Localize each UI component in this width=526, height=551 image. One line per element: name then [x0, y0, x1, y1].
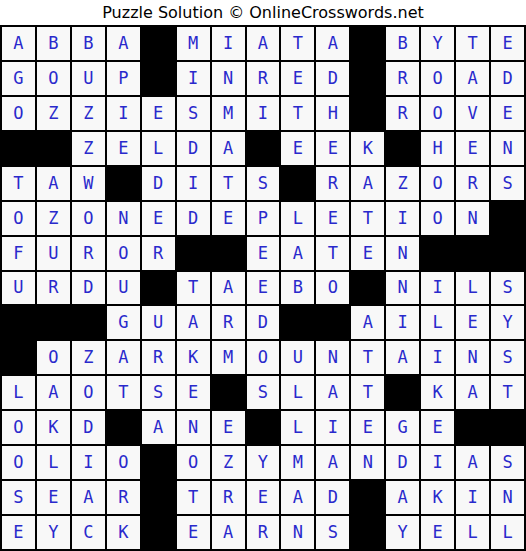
letter-cell: K: [106, 515, 141, 550]
letter-cell: A: [1, 26, 36, 61]
letter-cell: R: [246, 515, 281, 550]
letter-cell: O: [420, 96, 455, 131]
letter-cell: Z: [71, 96, 106, 131]
block-cell: [176, 236, 211, 271]
letter-cell: Y: [246, 445, 281, 480]
letter-cell: A: [106, 26, 141, 61]
letter-cell: S: [176, 96, 211, 131]
letter-cell: M: [176, 26, 211, 61]
letter-cell: K: [350, 131, 385, 166]
letter-cell: E: [350, 236, 385, 271]
letter-cell: S: [315, 515, 350, 550]
block-cell: [490, 410, 525, 445]
block-cell: [455, 236, 490, 271]
block-cell: [211, 375, 246, 410]
letter-cell: L: [36, 445, 71, 480]
letter-cell: D: [176, 131, 211, 166]
letter-cell: A: [455, 61, 490, 96]
letter-cell: L: [455, 515, 490, 550]
letter-cell: I: [385, 201, 420, 236]
block-cell: [36, 305, 71, 340]
letter-cell: A: [176, 305, 211, 340]
letter-cell: Y: [36, 515, 71, 550]
letter-cell: E: [420, 410, 455, 445]
letter-cell: E: [350, 410, 385, 445]
letter-cell: A: [71, 480, 106, 515]
letter-cell: B: [280, 271, 315, 306]
letter-cell: Y: [385, 515, 420, 550]
letter-cell: Y: [490, 305, 525, 340]
letter-cell: I: [246, 96, 281, 131]
letter-cell: P: [246, 201, 281, 236]
letter-cell: T: [455, 26, 490, 61]
letter-cell: I: [455, 480, 490, 515]
letter-cell: D: [141, 166, 176, 201]
letter-cell: Z: [36, 201, 71, 236]
letter-cell: D: [71, 271, 106, 306]
letter-cell: H: [315, 96, 350, 131]
letter-cell: N: [490, 131, 525, 166]
letter-cell: E: [211, 410, 246, 445]
letter-cell: A: [211, 515, 246, 550]
letter-cell: N: [211, 61, 246, 96]
block-cell: [141, 61, 176, 96]
block-cell: [350, 271, 385, 306]
block-cell: [1, 305, 36, 340]
block-cell: [246, 131, 281, 166]
letter-cell: T: [350, 340, 385, 375]
crossword-grid: ABBAMIATABYTEGOUPINREDROADOZZIESMITHROVE…: [0, 25, 526, 551]
letter-cell: E: [176, 515, 211, 550]
letter-cell: F: [1, 236, 36, 271]
letter-cell: S: [1, 480, 36, 515]
letter-cell: E: [455, 305, 490, 340]
block-cell: [350, 480, 385, 515]
letter-cell: T: [315, 236, 350, 271]
letter-cell: E: [280, 61, 315, 96]
letter-cell: O: [1, 96, 36, 131]
block-cell: [280, 305, 315, 340]
letter-cell: G: [106, 305, 141, 340]
letter-cell: O: [106, 445, 141, 480]
block-cell: [490, 236, 525, 271]
letter-cell: U: [71, 61, 106, 96]
letter-cell: K: [176, 340, 211, 375]
letter-cell: A: [315, 375, 350, 410]
letter-cell: E: [141, 201, 176, 236]
letter-cell: B: [385, 26, 420, 61]
letter-cell: S: [490, 271, 525, 306]
letter-cell: A: [385, 340, 420, 375]
letter-cell: I: [385, 305, 420, 340]
letter-cell: E: [280, 131, 315, 166]
letter-cell: E: [176, 375, 211, 410]
letter-cell: R: [71, 236, 106, 271]
letter-cell: A: [385, 480, 420, 515]
letter-cell: P: [106, 61, 141, 96]
letter-cell: N: [176, 410, 211, 445]
letter-cell: L: [455, 271, 490, 306]
letter-cell: R: [315, 166, 350, 201]
letter-cell: L: [280, 375, 315, 410]
letter-cell: E: [315, 201, 350, 236]
letter-cell: D: [176, 201, 211, 236]
letter-cell: N: [350, 445, 385, 480]
letter-cell: T: [350, 375, 385, 410]
letter-cell: N: [385, 236, 420, 271]
letter-cell: M: [280, 445, 315, 480]
letter-cell: A: [350, 305, 385, 340]
letter-cell: T: [211, 166, 246, 201]
block-cell: [350, 26, 385, 61]
letter-cell: L: [490, 515, 525, 550]
letter-cell: L: [280, 410, 315, 445]
letter-cell: S: [141, 375, 176, 410]
letter-cell: O: [420, 166, 455, 201]
letter-cell: N: [280, 515, 315, 550]
letter-cell: O: [420, 61, 455, 96]
block-cell: [490, 201, 525, 236]
letter-cell: K: [420, 375, 455, 410]
letter-cell: A: [280, 480, 315, 515]
letter-cell: S: [246, 375, 281, 410]
block-cell: [1, 340, 36, 375]
letter-cell: I: [211, 26, 246, 61]
letter-cell: O: [176, 445, 211, 480]
block-cell: [211, 236, 246, 271]
letter-cell: D: [71, 410, 106, 445]
block-cell: [141, 480, 176, 515]
letter-cell: A: [455, 445, 490, 480]
letter-cell: M: [211, 96, 246, 131]
letter-cell: N: [315, 340, 350, 375]
letter-cell: G: [1, 61, 36, 96]
letter-cell: A: [280, 236, 315, 271]
letter-cell: T: [1, 166, 36, 201]
letter-cell: U: [36, 236, 71, 271]
letter-cell: E: [211, 201, 246, 236]
letter-cell: U: [280, 340, 315, 375]
letter-cell: E: [36, 480, 71, 515]
page-title: Puzzle Solution © OnlineCrosswords.net: [0, 0, 526, 25]
letter-cell: E: [246, 271, 281, 306]
letter-cell: S: [490, 445, 525, 480]
letter-cell: D: [315, 61, 350, 96]
block-cell: [350, 61, 385, 96]
letter-cell: E: [246, 236, 281, 271]
letter-cell: I: [420, 340, 455, 375]
letter-cell: T: [350, 201, 385, 236]
letter-cell: E: [106, 131, 141, 166]
letter-cell: T: [280, 26, 315, 61]
letter-cell: O: [1, 410, 36, 445]
letter-cell: T: [490, 375, 525, 410]
letter-cell: R: [211, 305, 246, 340]
letter-cell: T: [106, 375, 141, 410]
block-cell: [315, 305, 350, 340]
letter-cell: I: [420, 271, 455, 306]
letter-cell: A: [246, 26, 281, 61]
letter-cell: O: [420, 201, 455, 236]
letter-cell: I: [106, 96, 141, 131]
letter-cell: R: [246, 61, 281, 96]
letter-cell: Y: [420, 26, 455, 61]
letter-cell: R: [141, 236, 176, 271]
letter-cell: E: [1, 515, 36, 550]
letter-cell: O: [1, 445, 36, 480]
letter-cell: G: [385, 410, 420, 445]
letter-cell: Z: [211, 445, 246, 480]
letter-cell: A: [211, 131, 246, 166]
block-cell: [106, 166, 141, 201]
letter-cell: O: [71, 375, 106, 410]
letter-cell: R: [385, 61, 420, 96]
letter-cell: R: [211, 480, 246, 515]
block-cell: [246, 410, 281, 445]
letter-cell: O: [1, 201, 36, 236]
letter-cell: K: [420, 480, 455, 515]
letter-cell: S: [490, 166, 525, 201]
letter-cell: O: [315, 271, 350, 306]
letter-cell: N: [490, 480, 525, 515]
letter-cell: E: [455, 131, 490, 166]
letter-cell: R: [385, 96, 420, 131]
letter-cell: O: [71, 201, 106, 236]
letter-cell: C: [71, 515, 106, 550]
letter-cell: R: [36, 271, 71, 306]
block-cell: [280, 166, 315, 201]
block-cell: [350, 96, 385, 131]
letter-cell: E: [420, 515, 455, 550]
letter-cell: E: [490, 96, 525, 131]
letter-cell: B: [36, 26, 71, 61]
letter-cell: S: [246, 166, 281, 201]
letter-cell: O: [106, 236, 141, 271]
puzzle-solution-page: Puzzle Solution © OnlineCrosswords.net A…: [0, 0, 526, 551]
letter-cell: U: [106, 271, 141, 306]
letter-cell: D: [490, 61, 525, 96]
block-cell: [141, 271, 176, 306]
letter-cell: N: [385, 271, 420, 306]
letter-cell: R: [455, 166, 490, 201]
letter-cell: U: [1, 271, 36, 306]
letter-cell: N: [455, 201, 490, 236]
letter-cell: R: [106, 480, 141, 515]
block-cell: [1, 131, 36, 166]
letter-cell: Z: [71, 340, 106, 375]
letter-cell: D: [246, 305, 281, 340]
letter-cell: Z: [71, 131, 106, 166]
block-cell: [71, 305, 106, 340]
letter-cell: V: [455, 96, 490, 131]
block-cell: [420, 236, 455, 271]
letter-cell: T: [280, 96, 315, 131]
letter-cell: O: [36, 61, 71, 96]
letter-cell: Z: [36, 96, 71, 131]
block-cell: [385, 375, 420, 410]
letter-cell: D: [315, 480, 350, 515]
letter-cell: I: [420, 445, 455, 480]
letter-cell: O: [246, 340, 281, 375]
block-cell: [141, 445, 176, 480]
letter-cell: U: [141, 305, 176, 340]
letter-cell: D: [385, 445, 420, 480]
letter-cell: E: [315, 131, 350, 166]
letter-cell: R: [141, 340, 176, 375]
letter-cell: I: [176, 61, 211, 96]
letter-cell: I: [176, 166, 211, 201]
letter-cell: T: [176, 480, 211, 515]
block-cell: [36, 131, 71, 166]
block-cell: [385, 131, 420, 166]
letter-cell: A: [106, 340, 141, 375]
letter-cell: K: [36, 410, 71, 445]
letter-cell: O: [36, 340, 71, 375]
letter-cell: A: [211, 271, 246, 306]
letter-cell: H: [420, 131, 455, 166]
letter-cell: E: [490, 26, 525, 61]
letter-cell: A: [350, 166, 385, 201]
block-cell: [106, 410, 141, 445]
block-cell: [350, 515, 385, 550]
letter-cell: A: [315, 445, 350, 480]
block-cell: [141, 515, 176, 550]
letter-cell: A: [141, 410, 176, 445]
letter-cell: Z: [385, 166, 420, 201]
letter-cell: M: [211, 340, 246, 375]
letter-cell: A: [315, 26, 350, 61]
letter-cell: W: [71, 166, 106, 201]
letter-cell: E: [141, 96, 176, 131]
letter-cell: T: [176, 271, 211, 306]
letter-cell: S: [490, 340, 525, 375]
letter-cell: A: [36, 375, 71, 410]
letter-cell: L: [1, 375, 36, 410]
letter-cell: E: [246, 480, 281, 515]
letter-cell: L: [420, 305, 455, 340]
letter-cell: A: [455, 375, 490, 410]
letter-cell: I: [71, 445, 106, 480]
letter-cell: B: [71, 26, 106, 61]
block-cell: [141, 26, 176, 61]
letter-cell: N: [455, 340, 490, 375]
letter-cell: N: [106, 201, 141, 236]
letter-cell: L: [280, 201, 315, 236]
letter-cell: L: [141, 131, 176, 166]
letter-cell: I: [315, 410, 350, 445]
block-cell: [455, 410, 490, 445]
letter-cell: A: [36, 166, 71, 201]
